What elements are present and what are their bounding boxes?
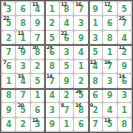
cell-r8c6[interactable]: 168 <box>74 103 87 116</box>
cell-r6c6[interactable]: 2 <box>74 74 87 87</box>
cell-r5c6[interactable]: 1 <box>74 60 87 73</box>
cell-digit: 1 <box>121 107 127 115</box>
cell-digit: 4 <box>6 121 12 129</box>
cell-digit: 5 <box>121 6 127 14</box>
cell-r5c1[interactable]: 76 <box>2 60 15 73</box>
cell-r7c3[interactable]: 1 <box>31 89 44 102</box>
cell-r1c5[interactable]: 128 <box>60 2 73 15</box>
cell-r4c1[interactable]: 7 <box>2 45 15 58</box>
cell-digit: 9 <box>78 35 84 43</box>
cell-r9c3[interactable]: 123 <box>31 118 44 131</box>
cell-digit: 9 <box>35 20 41 28</box>
cell-digit: 1 <box>78 63 84 71</box>
cell-digit: 9 <box>64 78 70 86</box>
cell-digit: 7 <box>20 92 26 100</box>
cell-r9c5[interactable]: 1 <box>60 118 73 131</box>
cell-r7c4[interactable]: 4 <box>45 89 58 102</box>
cell-r6c7[interactable]: 8 <box>89 74 102 87</box>
cell-digit: 2 <box>49 20 55 28</box>
cell-r5c5[interactable]: 5 <box>60 60 73 73</box>
cell-r2c2[interactable]: 8 <box>16 16 29 29</box>
cell-r3c5[interactable]: 226 <box>60 31 73 44</box>
cage-sum: 22 <box>3 16 9 21</box>
cage-sum: 10 <box>104 60 110 65</box>
cell-r2c5[interactable]: 4 <box>60 16 73 29</box>
cell-r9c8[interactable]: 135 <box>103 118 116 131</box>
cell-digit: 7 <box>35 35 41 43</box>
cell-r6c1[interactable]: 1 <box>2 74 15 87</box>
cell-r2c3[interactable]: 9 <box>31 16 44 29</box>
cell-digit: 9 <box>121 63 127 71</box>
cell-r2c1[interactable]: 225 <box>2 16 15 29</box>
cell-r7c2[interactable]: 7 <box>16 89 29 102</box>
cage-sum: 7 <box>3 60 6 65</box>
cage-sum: 8 <box>61 103 64 108</box>
cell-digit: 7 <box>64 107 70 115</box>
cell-r4c6[interactable]: 4 <box>74 45 87 58</box>
cage-sum: 22 <box>61 31 67 36</box>
cell-r4c9[interactable]: 112 <box>118 45 131 58</box>
cell-r3c4[interactable]: 5 <box>45 31 58 44</box>
cell-digit: 3 <box>20 63 26 71</box>
cell-r2c8[interactable]: 6 <box>103 16 116 29</box>
cell-digit: 3 <box>6 6 12 14</box>
cell-r4c8[interactable]: 1 <box>103 45 116 58</box>
cell-r2c6[interactable]: 3 <box>74 16 87 29</box>
cell-r8c4[interactable]: 3 <box>45 103 58 116</box>
cell-r8c8[interactable]: 4 <box>103 103 116 116</box>
cell-digit: 6 <box>78 121 84 129</box>
cell-digit: 2 <box>64 92 70 100</box>
cage-sum: 13 <box>17 31 23 36</box>
cell-digit: 3 <box>121 92 127 100</box>
cage-sum: 25 <box>119 16 125 21</box>
cage-sum: 14 <box>119 74 125 79</box>
cell-r9c7[interactable]: 7 <box>89 118 102 131</box>
cell-digit: 1 <box>93 20 99 28</box>
cell-r7c7[interactable]: 6 <box>89 89 102 102</box>
cell-r7c1[interactable]: 8 <box>2 89 15 102</box>
cell-digit: 8 <box>49 63 55 71</box>
cell-r6c8[interactable]: 3 <box>103 74 116 87</box>
cell-digit: 2 <box>20 121 26 129</box>
cell-r7c6[interactable]: 265 <box>74 89 87 102</box>
cage-sum: 11 <box>119 45 125 50</box>
cell-digit: 6 <box>20 6 26 14</box>
cell-digit: 6 <box>35 107 41 115</box>
cell-r6c9[interactable]: 146 <box>118 74 131 87</box>
cell-digit: 8 <box>93 78 99 86</box>
cell-r8c1[interactable]: 9 <box>2 103 15 116</box>
cell-r3c8[interactable]: 8 <box>103 31 116 44</box>
cell-digit: 7 <box>6 49 12 57</box>
cell-digit: 3 <box>49 107 55 115</box>
cell-r9c9[interactable]: 8 <box>118 118 131 131</box>
cell-digit: 8 <box>121 121 127 129</box>
cell-r2c9[interactable]: 257 <box>118 16 131 29</box>
cell-r5c2[interactable]: 3 <box>16 60 29 73</box>
cell-r3c6[interactable]: 9 <box>74 31 87 44</box>
cell-r7c8[interactable]: 9 <box>103 89 116 102</box>
cell-r3c9[interactable]: 4 <box>118 31 131 44</box>
cell-digit: 1 <box>35 92 41 100</box>
cage-sum: 14 <box>46 74 52 79</box>
cell-r6c2[interactable]: 334 <box>16 74 29 87</box>
cell-r9c1[interactable]: 4 <box>2 118 15 131</box>
cell-digit: 5 <box>93 49 99 57</box>
cell-digit: 3 <box>64 49 70 57</box>
cell-r1c6[interactable]: 167 <box>74 2 87 15</box>
cell-r3c3[interactable]: 7 <box>31 31 44 44</box>
cell-digit: 1 <box>6 78 12 86</box>
cell-r9c6[interactable]: 6 <box>74 118 87 131</box>
cell-r5c3[interactable]: 2 <box>31 60 44 73</box>
cell-r4c2[interactable]: 129 <box>16 45 29 58</box>
cage-sum: 24 <box>46 45 52 50</box>
cell-digit: 1 <box>107 49 113 57</box>
cell-digit: 9 <box>93 6 99 14</box>
cell-digit: 2 <box>35 63 41 71</box>
cage-sum: 13 <box>104 118 110 123</box>
cell-digit: 2 <box>78 78 84 86</box>
cage-sum: 12 <box>17 45 23 50</box>
cage-sum: 10 <box>32 45 38 50</box>
cell-digit: 5 <box>49 35 55 43</box>
cell-r1c1[interactable]: 93 <box>2 2 15 15</box>
cage-sum: 9 <box>90 103 93 108</box>
cell-r9c4[interactable]: 9 <box>45 118 58 131</box>
cell-r1c2[interactable]: 6 <box>16 2 29 15</box>
cage-sum: 20 <box>17 103 23 108</box>
cell-r1c7[interactable]: 9 <box>89 2 102 15</box>
cell-digit: 9 <box>107 92 113 100</box>
cell-r8c9[interactable]: 1 <box>118 103 131 116</box>
cell-r6c5[interactable]: 9 <box>60 74 73 87</box>
cell-digit: 5 <box>35 78 41 86</box>
cell-r1c4[interactable]: 1 <box>45 2 58 15</box>
cell-digit: 7 <box>93 121 99 129</box>
cell-digit: 3 <box>107 78 113 86</box>
cell-r4c5[interactable]: 3 <box>60 45 73 58</box>
cell-r3c2[interactable]: 131 <box>16 31 29 44</box>
cell-r8c7[interactable]: 92 <box>89 103 102 116</box>
cell-r7c9[interactable]: 3 <box>118 89 131 102</box>
cell-r9c2[interactable]: 2 <box>16 118 29 131</box>
cage-sum: 9 <box>3 2 6 7</box>
cell-r8c2[interactable]: 205 <box>16 103 29 116</box>
cell-digit: 6 <box>6 63 12 71</box>
cell-digit: 2 <box>93 107 99 115</box>
cell-r5c8[interactable]: 107 <box>103 60 116 73</box>
cell-r4c4[interactable]: 246 <box>45 45 58 58</box>
cell-digit: 8 <box>107 35 113 43</box>
cell-r1c8[interactable]: 172 <box>103 2 116 15</box>
cell-digit: 9 <box>6 107 12 115</box>
cell-digit: 4 <box>107 107 113 115</box>
cell-digit: 4 <box>64 20 70 28</box>
cage-sum: 16 <box>75 103 81 108</box>
cell-r2c7[interactable]: 1 <box>89 16 102 29</box>
cage-sum: 17 <box>104 2 110 7</box>
cell-r5c9[interactable]: 9 <box>118 60 131 73</box>
cell-r1c3[interactable]: 134 <box>31 2 44 15</box>
cage-sum: 13 <box>32 2 38 7</box>
cell-r2c4[interactable]: 2 <box>45 16 58 29</box>
cage-sum: 26 <box>75 89 81 94</box>
cell-digit: 4 <box>121 35 127 43</box>
cage-sum: 33 <box>17 74 23 79</box>
cell-r4c7[interactable]: 5 <box>89 45 102 58</box>
cell-digit: 4 <box>78 49 84 57</box>
cage-sum: 12 <box>61 2 67 7</box>
cell-digit: 8 <box>6 92 12 100</box>
cell-digit: 3 <box>78 20 84 28</box>
cell-digit: 2 <box>6 35 12 43</box>
cell-r1c9[interactable]: 5 <box>118 2 131 15</box>
cell-r3c7[interactable]: 3 <box>89 31 102 44</box>
cell-digit: 8 <box>20 20 26 28</box>
sudoku-board: 9361341128167917252258924316257213175226… <box>0 0 133 133</box>
cell-r5c4[interactable]: 8 <box>45 60 58 73</box>
cage-sum: 16 <box>75 2 81 7</box>
cage-sum: 12 <box>90 60 96 65</box>
cell-r3c1[interactable]: 2 <box>2 31 15 44</box>
cell-r8c3[interactable]: 6 <box>31 103 44 116</box>
cell-digit: 6 <box>93 92 99 100</box>
cell-digit: 1 <box>64 121 70 129</box>
cell-r5c7[interactable]: 124 <box>89 60 102 73</box>
cell-r6c4[interactable]: 147 <box>45 74 58 87</box>
cell-digit: 1 <box>49 6 55 14</box>
cell-r6c3[interactable]: 5 <box>31 74 44 87</box>
cage-sum: 12 <box>32 118 38 123</box>
cell-digit: 6 <box>107 20 113 28</box>
cell-digit: 5 <box>64 63 70 71</box>
cell-r7c5[interactable]: 2 <box>60 89 73 102</box>
cell-r4c3[interactable]: 108 <box>31 45 44 58</box>
cell-digit: 9 <box>49 121 55 129</box>
cell-r8c5[interactable]: 87 <box>60 103 73 116</box>
cell-digit: 4 <box>49 92 55 100</box>
cell-digit: 3 <box>93 35 99 43</box>
